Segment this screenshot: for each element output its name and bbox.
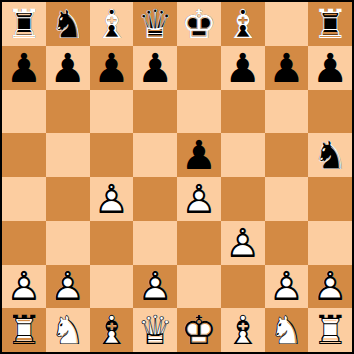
square-f2[interactable] <box>221 265 265 309</box>
square-a6[interactable] <box>2 90 46 134</box>
piece-white-bishop[interactable]: ♝♗ <box>221 308 265 352</box>
board-frame: ♜♖♞♘♝♗♛♕♚♔♝♗♜♖♟♟♟♟♟♟♟♟♞♘♟♙♟♙♟♙♟♙♟♙♟♙♟♙♟♙… <box>0 0 354 354</box>
black-bishop-outline-icon: ♗ <box>90 2 134 46</box>
square-e5[interactable]: ♟ <box>177 133 221 177</box>
square-c1[interactable]: ♝♗ <box>90 308 134 352</box>
square-b4[interactable] <box>46 177 90 221</box>
square-g2[interactable]: ♟♙ <box>265 265 309 309</box>
square-h7[interactable]: ♟ <box>308 46 352 90</box>
piece-black-knight[interactable]: ♞♘ <box>308 133 352 177</box>
square-c6[interactable] <box>90 90 134 134</box>
square-a5[interactable] <box>2 133 46 177</box>
piece-black-bishop[interactable]: ♝♗ <box>90 2 134 46</box>
white-king-outline-icon: ♔ <box>177 308 221 352</box>
piece-white-pawn[interactable]: ♟♙ <box>221 221 265 265</box>
piece-white-pawn[interactable]: ♟♙ <box>177 177 221 221</box>
square-e6[interactable] <box>177 90 221 134</box>
square-a7[interactable]: ♟ <box>2 46 46 90</box>
square-d6[interactable] <box>133 90 177 134</box>
white-queen-outline-icon: ♕ <box>133 308 177 352</box>
white-rook-outline-icon: ♖ <box>2 308 46 352</box>
piece-white-pawn[interactable]: ♟♙ <box>46 265 90 309</box>
piece-black-pawn[interactable]: ♟ <box>265 46 309 90</box>
black-pawn-icon: ♟ <box>265 46 309 90</box>
piece-black-pawn[interactable]: ♟ <box>90 46 134 90</box>
square-a3[interactable] <box>2 221 46 265</box>
square-h6[interactable] <box>308 90 352 134</box>
square-g3[interactable] <box>265 221 309 265</box>
square-g6[interactable] <box>265 90 309 134</box>
piece-black-rook[interactable]: ♜♖ <box>308 2 352 46</box>
square-b6[interactable] <box>46 90 90 134</box>
black-pawn-icon: ♟ <box>90 46 134 90</box>
square-e1[interactable]: ♚♔ <box>177 308 221 352</box>
square-b7[interactable]: ♟ <box>46 46 90 90</box>
square-f1[interactable]: ♝♗ <box>221 308 265 352</box>
square-b8[interactable]: ♞♘ <box>46 2 90 46</box>
black-king-outline-icon: ♔ <box>177 2 221 46</box>
square-h8[interactable]: ♜♖ <box>308 2 352 46</box>
square-c5[interactable] <box>90 133 134 177</box>
black-knight-outline-icon: ♘ <box>308 133 352 177</box>
piece-black-knight[interactable]: ♞♘ <box>46 2 90 46</box>
piece-white-knight[interactable]: ♞♘ <box>46 308 90 352</box>
piece-black-pawn[interactable]: ♟ <box>177 133 221 177</box>
square-f3[interactable]: ♟♙ <box>221 221 265 265</box>
square-f8[interactable]: ♝♗ <box>221 2 265 46</box>
square-g8[interactable] <box>265 2 309 46</box>
black-rook-outline-icon: ♖ <box>308 2 352 46</box>
square-d7[interactable]: ♟ <box>133 46 177 90</box>
chess-board: ♜♖♞♘♝♗♛♕♚♔♝♗♜♖♟♟♟♟♟♟♟♟♞♘♟♙♟♙♟♙♟♙♟♙♟♙♟♙♟♙… <box>2 2 352 352</box>
white-pawn-outline-icon: ♙ <box>133 265 177 309</box>
piece-black-pawn[interactable]: ♟ <box>221 46 265 90</box>
black-rook-outline-icon: ♖ <box>2 2 46 46</box>
white-pawn-outline-icon: ♙ <box>221 221 265 265</box>
square-h5[interactable]: ♞♘ <box>308 133 352 177</box>
black-pawn-icon: ♟ <box>221 46 265 90</box>
white-knight-outline-icon: ♘ <box>265 308 309 352</box>
piece-black-pawn[interactable]: ♟ <box>46 46 90 90</box>
black-pawn-icon: ♟ <box>177 133 221 177</box>
square-g5[interactable] <box>265 133 309 177</box>
piece-white-pawn[interactable]: ♟♙ <box>308 265 352 309</box>
piece-black-pawn[interactable]: ♟ <box>133 46 177 90</box>
piece-white-king[interactable]: ♚♔ <box>177 308 221 352</box>
piece-white-pawn[interactable]: ♟♙ <box>265 265 309 309</box>
piece-white-bishop[interactable]: ♝♗ <box>90 308 134 352</box>
square-h4[interactable] <box>308 177 352 221</box>
piece-white-queen[interactable]: ♛♕ <box>133 308 177 352</box>
piece-white-rook[interactable]: ♜♖ <box>2 308 46 352</box>
square-f7[interactable]: ♟ <box>221 46 265 90</box>
white-pawn-outline-icon: ♙ <box>90 177 134 221</box>
square-b2[interactable]: ♟♙ <box>46 265 90 309</box>
square-c4[interactable]: ♟♙ <box>90 177 134 221</box>
square-a2[interactable]: ♟♙ <box>2 265 46 309</box>
black-knight-outline-icon: ♘ <box>46 2 90 46</box>
black-pawn-icon: ♟ <box>133 46 177 90</box>
square-d4[interactable] <box>133 177 177 221</box>
square-d1[interactable]: ♛♕ <box>133 308 177 352</box>
piece-black-queen[interactable]: ♛♕ <box>133 2 177 46</box>
square-f5[interactable] <box>221 133 265 177</box>
square-e3[interactable] <box>177 221 221 265</box>
square-e4[interactable]: ♟♙ <box>177 177 221 221</box>
square-h3[interactable] <box>308 221 352 265</box>
black-pawn-icon: ♟ <box>2 46 46 90</box>
square-c7[interactable]: ♟ <box>90 46 134 90</box>
square-a4[interactable] <box>2 177 46 221</box>
square-f4[interactable] <box>221 177 265 221</box>
white-pawn-outline-icon: ♙ <box>46 265 90 309</box>
piece-white-pawn[interactable]: ♟♙ <box>90 177 134 221</box>
white-pawn-outline-icon: ♙ <box>265 265 309 309</box>
square-d5[interactable] <box>133 133 177 177</box>
black-queen-outline-icon: ♕ <box>133 2 177 46</box>
square-d3[interactable] <box>133 221 177 265</box>
piece-white-pawn[interactable]: ♟♙ <box>2 265 46 309</box>
piece-black-rook[interactable]: ♜♖ <box>2 2 46 46</box>
square-f6[interactable] <box>221 90 265 134</box>
black-bishop-outline-icon: ♗ <box>221 2 265 46</box>
square-a8[interactable]: ♜♖ <box>2 2 46 46</box>
black-pawn-icon: ♟ <box>308 46 352 90</box>
square-e8[interactable]: ♚♔ <box>177 2 221 46</box>
piece-white-rook[interactable]: ♜♖ <box>308 308 352 352</box>
piece-black-bishop[interactable]: ♝♗ <box>221 2 265 46</box>
white-pawn-outline-icon: ♙ <box>177 177 221 221</box>
piece-black-king[interactable]: ♚♔ <box>177 2 221 46</box>
square-c3[interactable] <box>90 221 134 265</box>
square-b5[interactable] <box>46 133 90 177</box>
square-e2[interactable] <box>177 265 221 309</box>
piece-white-pawn[interactable]: ♟♙ <box>133 265 177 309</box>
square-d8[interactable]: ♛♕ <box>133 2 177 46</box>
black-pawn-icon: ♟ <box>46 46 90 90</box>
white-pawn-outline-icon: ♙ <box>308 265 352 309</box>
piece-black-pawn[interactable]: ♟ <box>2 46 46 90</box>
square-h1[interactable]: ♜♖ <box>308 308 352 352</box>
square-b3[interactable] <box>46 221 90 265</box>
square-d2[interactable]: ♟♙ <box>133 265 177 309</box>
square-g7[interactable]: ♟ <box>265 46 309 90</box>
square-g1[interactable]: ♞♘ <box>265 308 309 352</box>
square-h2[interactable]: ♟♙ <box>308 265 352 309</box>
square-e7[interactable] <box>177 46 221 90</box>
square-c8[interactable]: ♝♗ <box>90 2 134 46</box>
square-b1[interactable]: ♞♘ <box>46 308 90 352</box>
square-g4[interactable] <box>265 177 309 221</box>
square-c2[interactable] <box>90 265 134 309</box>
white-pawn-outline-icon: ♙ <box>2 265 46 309</box>
piece-black-pawn[interactable]: ♟ <box>308 46 352 90</box>
white-rook-outline-icon: ♖ <box>308 308 352 352</box>
white-bishop-outline-icon: ♗ <box>221 308 265 352</box>
piece-white-knight[interactable]: ♞♘ <box>265 308 309 352</box>
square-a1[interactable]: ♜♖ <box>2 308 46 352</box>
white-knight-outline-icon: ♘ <box>46 308 90 352</box>
white-bishop-outline-icon: ♗ <box>90 308 134 352</box>
